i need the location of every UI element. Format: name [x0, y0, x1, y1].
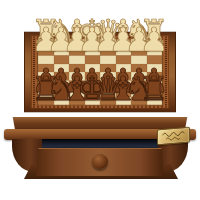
square-a2: ♟	[147, 47, 163, 55]
square-a8: ♜	[147, 97, 163, 105]
chess-set-photo: ♜♞♝♚♛♝♞♜♟♟♟♟♟♟♟♟♟♟♟♟♟♟♟♟♜♞♝♚♛♝♞♜	[0, 0, 200, 200]
drawer-front	[36, 148, 164, 176]
brass-plaque	[157, 127, 190, 146]
white-pawn: ♟	[139, 23, 169, 56]
board-frame: ♜♞♝♚♛♝♞♜♟♟♟♟♟♟♟♟♟♟♟♟♟♟♟♟♜♞♝♚♛♝♞♜	[24, 32, 176, 113]
board: ♜♞♝♚♛♝♞♜♟♟♟♟♟♟♟♟♟♟♟♟♟♟♟♟♜♞♝♚♛♝♞♜	[37, 39, 163, 106]
square-b8: ♞	[131, 97, 147, 105]
plaque-engraving-icon	[158, 128, 189, 145]
drawer-knob	[92, 154, 108, 169]
